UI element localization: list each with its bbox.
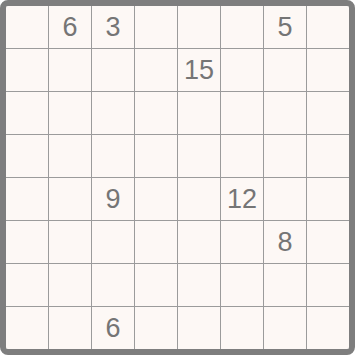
cell-r3c2[interactable] xyxy=(49,92,91,134)
cell-r4c7[interactable] xyxy=(264,135,306,177)
cell-r5c1[interactable] xyxy=(6,178,48,220)
cell-r6c7[interactable]: 8 xyxy=(264,221,306,263)
cell-r2c7[interactable] xyxy=(264,49,306,91)
clue-number: 3 xyxy=(105,14,120,41)
cell-r4c5[interactable] xyxy=(178,135,220,177)
cell-r2c5[interactable]: 15 xyxy=(178,49,220,91)
shikaku-board: 6351591286 xyxy=(0,0,355,355)
clue-number: 6 xyxy=(105,315,120,342)
clue-number: 8 xyxy=(277,229,292,256)
cell-r3c4[interactable] xyxy=(135,92,177,134)
cell-r2c2[interactable] xyxy=(49,49,91,91)
cell-r1c5[interactable] xyxy=(178,6,220,48)
clue-number: 9 xyxy=(105,186,120,213)
cell-r8c4[interactable] xyxy=(135,307,177,349)
cell-r6c2[interactable] xyxy=(49,221,91,263)
cell-r4c1[interactable] xyxy=(6,135,48,177)
cell-r6c4[interactable] xyxy=(135,221,177,263)
cell-r8c7[interactable] xyxy=(264,307,306,349)
cell-r8c6[interactable] xyxy=(221,307,263,349)
cell-r3c3[interactable] xyxy=(92,92,134,134)
cell-r1c3[interactable]: 3 xyxy=(92,6,134,48)
cell-r3c1[interactable] xyxy=(6,92,48,134)
cell-r8c2[interactable] xyxy=(49,307,91,349)
cell-r1c8[interactable] xyxy=(307,6,349,48)
cell-r4c2[interactable] xyxy=(49,135,91,177)
cell-r4c6[interactable] xyxy=(221,135,263,177)
cell-r1c6[interactable] xyxy=(221,6,263,48)
board-grid: 6351591286 xyxy=(6,6,349,349)
cell-r1c1[interactable] xyxy=(6,6,48,48)
cell-r5c3[interactable]: 9 xyxy=(92,178,134,220)
puzzle-stage: 6351591286 xyxy=(0,0,355,355)
cell-r1c2[interactable]: 6 xyxy=(49,6,91,48)
cell-r5c7[interactable] xyxy=(264,178,306,220)
cell-r2c1[interactable] xyxy=(6,49,48,91)
cell-r7c6[interactable] xyxy=(221,264,263,306)
cell-r2c4[interactable] xyxy=(135,49,177,91)
cell-r7c2[interactable] xyxy=(49,264,91,306)
clue-number: 15 xyxy=(184,57,214,84)
cell-r5c2[interactable] xyxy=(49,178,91,220)
cell-r3c8[interactable] xyxy=(307,92,349,134)
cell-r5c5[interactable] xyxy=(178,178,220,220)
cell-r7c8[interactable] xyxy=(307,264,349,306)
cell-r6c8[interactable] xyxy=(307,221,349,263)
cell-r5c6[interactable]: 12 xyxy=(221,178,263,220)
clue-number: 5 xyxy=(277,14,292,41)
cell-r3c5[interactable] xyxy=(178,92,220,134)
clue-number: 6 xyxy=(62,14,77,41)
clue-number: 12 xyxy=(227,186,257,213)
cell-r2c3[interactable] xyxy=(92,49,134,91)
cell-r7c3[interactable] xyxy=(92,264,134,306)
cell-r1c4[interactable] xyxy=(135,6,177,48)
cell-r7c5[interactable] xyxy=(178,264,220,306)
cell-r7c1[interactable] xyxy=(6,264,48,306)
cell-r1c7[interactable]: 5 xyxy=(264,6,306,48)
cell-r2c6[interactable] xyxy=(221,49,263,91)
cell-r7c7[interactable] xyxy=(264,264,306,306)
cell-r5c4[interactable] xyxy=(135,178,177,220)
cell-r5c8[interactable] xyxy=(307,178,349,220)
cell-r6c3[interactable] xyxy=(92,221,134,263)
cell-r6c5[interactable] xyxy=(178,221,220,263)
cell-r4c3[interactable] xyxy=(92,135,134,177)
cell-r8c3[interactable]: 6 xyxy=(92,307,134,349)
cell-r3c7[interactable] xyxy=(264,92,306,134)
cell-r8c5[interactable] xyxy=(178,307,220,349)
cell-r6c1[interactable] xyxy=(6,221,48,263)
cell-r4c4[interactable] xyxy=(135,135,177,177)
cell-r8c1[interactable] xyxy=(6,307,48,349)
cell-r8c8[interactable] xyxy=(307,307,349,349)
cell-r7c4[interactable] xyxy=(135,264,177,306)
cell-r2c8[interactable] xyxy=(307,49,349,91)
cell-r3c6[interactable] xyxy=(221,92,263,134)
cell-r4c8[interactable] xyxy=(307,135,349,177)
cell-r6c6[interactable] xyxy=(221,221,263,263)
